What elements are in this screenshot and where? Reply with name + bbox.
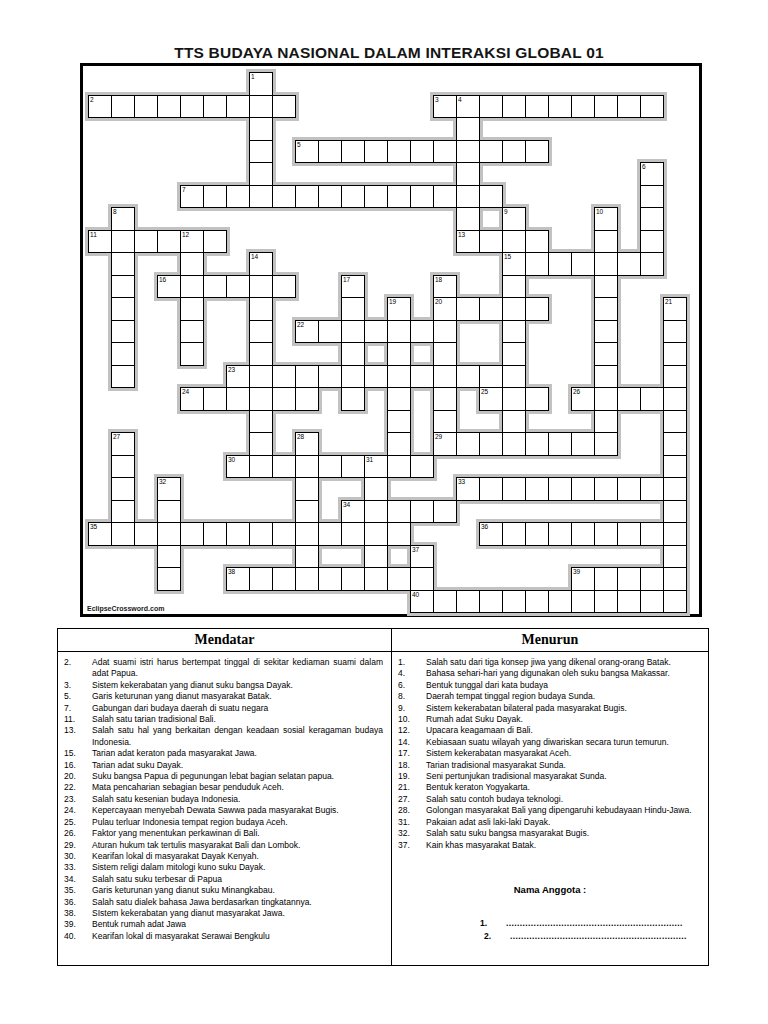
grid-cell[interactable] (548, 522, 572, 546)
grid-cell[interactable] (525, 522, 549, 546)
grid-cell[interactable] (387, 410, 411, 433)
clue-text: Aturan hukum tak tertulis masyarakat Bal… (92, 840, 383, 851)
grid-cell[interactable] (525, 387, 549, 411)
member-name-blank[interactable]: ........................................… (510, 930, 688, 943)
cell-number: 34 (343, 502, 350, 509)
grid-cell[interactable] (571, 252, 595, 276)
grid-cell[interactable] (387, 387, 411, 411)
grid-cell[interactable] (594, 365, 618, 388)
grid-cell[interactable] (617, 387, 641, 411)
grid-cell[interactable] (341, 455, 365, 478)
grid-cell[interactable] (617, 252, 641, 276)
grid-cell[interactable] (111, 320, 135, 343)
cell-number: 5 (297, 142, 301, 149)
clue-item: 40.Kearifan lokal di masyarakat Serawai … (64, 931, 383, 942)
grid-cell[interactable] (364, 545, 388, 568)
grid-cell[interactable] (387, 522, 411, 546)
grid-cell[interactable] (226, 185, 250, 208)
crossword-grid: 1234567891011121314151617181920212223242… (83, 66, 699, 614)
grid-cell[interactable] (157, 545, 181, 568)
grid-cell[interactable] (433, 387, 457, 411)
grid-cell[interactable] (433, 185, 457, 208)
grid-cell[interactable] (617, 477, 641, 501)
clue-text: Upacara keagamaan di Bali. (426, 725, 700, 736)
grid-cell[interactable] (640, 207, 664, 231)
grid-cell[interactable] (272, 275, 296, 298)
clue-text: Golongan masyarakat Bali yang dipengaruh… (426, 805, 700, 816)
grid-cell[interactable] (249, 522, 273, 546)
grid-cell[interactable] (249, 365, 273, 388)
grid-cell[interactable] (157, 567, 181, 591)
grid-cell[interactable] (456, 297, 480, 321)
clue-text: Daerah tempat tinggal region budaya Sund… (426, 691, 700, 702)
grid-cell[interactable] (111, 455, 135, 478)
cell-number: 31 (366, 457, 373, 464)
cell-number: 9 (504, 209, 508, 216)
clue-text: Sistem religi dalam mitologi kuno suku D… (92, 862, 383, 873)
clue-item: 20.Suku bangsa Papua di pegunungan lebat… (64, 771, 383, 782)
grid-cell[interactable] (272, 95, 296, 118)
grid-cell[interactable] (272, 185, 296, 208)
grid-cell[interactable] (203, 95, 227, 118)
clue-item: 33.Sistem religi dalam mitologi kuno suk… (64, 862, 383, 873)
grid-cell[interactable] (272, 455, 296, 478)
grid-cell[interactable] (180, 275, 204, 298)
clue-number: 2. (64, 657, 92, 680)
grid-cell[interactable] (203, 230, 227, 253)
grid-cell[interactable] (157, 500, 181, 523)
clue-number: 27. (398, 794, 426, 805)
grid-cell[interactable] (548, 477, 572, 501)
grid-cell[interactable] (134, 522, 158, 546)
grid-cell[interactable] (663, 410, 687, 433)
grid-cell[interactable] (433, 342, 457, 366)
grid-cell[interactable] (226, 275, 250, 298)
clue-text: Bentuk rumah adat Jawa (92, 919, 383, 930)
grid-cell[interactable] (640, 185, 664, 208)
clue-number: 32. (398, 828, 426, 839)
clue-item: 19.Seni pertunjukan tradisional masyarak… (398, 771, 700, 782)
grid-cell[interactable] (111, 500, 135, 523)
grid-cell[interactable] (226, 387, 250, 411)
grid-cell[interactable] (663, 590, 687, 613)
members-label: Nama Anggota : (392, 884, 708, 895)
clue-number: 16. (64, 760, 92, 771)
grid-cell[interactable] (410, 455, 434, 478)
cell-number: 27 (113, 434, 120, 441)
grid-cell[interactable] (594, 477, 618, 501)
clue-number: 21. (398, 782, 426, 793)
clue-box: Mendatar 2.Adat suami istri harus bertem… (57, 628, 709, 966)
grid-cell[interactable] (479, 230, 503, 253)
grid-cell[interactable] (640, 230, 664, 253)
grid-cell[interactable] (663, 545, 687, 568)
grid-cell[interactable] (134, 230, 158, 253)
grid-cell[interactable] (364, 477, 388, 501)
grid-cell[interactable] (594, 95, 618, 118)
clue-item: 34.Salah satu suku terbesar di Papua (64, 874, 383, 885)
grid-cell[interactable] (548, 432, 572, 456)
grid-cell[interactable] (364, 567, 388, 591)
grid-cell[interactable] (479, 95, 503, 118)
grid-cell[interactable] (663, 320, 687, 343)
grid-cell[interactable] (111, 275, 135, 298)
grid-cell[interactable] (548, 590, 572, 613)
clue-text: Salah satu dialek bahasa Jawa berdasarka… (92, 897, 383, 908)
grid-cell[interactable] (640, 567, 664, 591)
grid-cell[interactable] (272, 522, 296, 546)
grid-cell[interactable] (525, 230, 549, 253)
grid-cell[interactable] (525, 590, 549, 613)
grid-cell[interactable] (594, 342, 618, 366)
grid-cell[interactable] (272, 567, 296, 591)
grid-cell[interactable] (502, 320, 526, 343)
grid-cell[interactable] (226, 522, 250, 546)
grid-cell[interactable] (318, 140, 342, 163)
grid-cell[interactable] (594, 522, 618, 546)
grid-cell[interactable] (318, 365, 342, 388)
grid-cell[interactable] (456, 432, 480, 456)
grid-cell[interactable] (640, 590, 664, 613)
grid-cell[interactable] (571, 477, 595, 501)
grid-cell[interactable] (479, 477, 503, 501)
clue-text: Kain khas masyarakat Batak. (426, 840, 700, 851)
grid-cell[interactable] (663, 342, 687, 366)
grid-cell[interactable] (548, 252, 572, 276)
grid-cell[interactable] (479, 365, 503, 388)
grid-cell[interactable] (249, 140, 273, 163)
grid-cell[interactable] (571, 432, 595, 456)
member-name-blank[interactable]: ........................................… (506, 917, 684, 930)
grid-cell[interactable] (111, 95, 135, 118)
grid-cell[interactable] (203, 522, 227, 546)
clue-item: 36.Salah satu dialek bahasa Jawa berdasa… (64, 897, 383, 908)
clue-item: 29.Aturan hukum tak tertulis masyarakat … (64, 840, 383, 851)
grid-cell[interactable] (364, 500, 388, 523)
clue-number: 33. (64, 862, 92, 873)
grid-cell[interactable] (387, 342, 411, 366)
grid-cell[interactable] (180, 95, 204, 118)
grid-cell[interactable] (364, 140, 388, 163)
grid-cell[interactable] (249, 297, 273, 321)
grid-cell[interactable] (111, 477, 135, 501)
clue-item: 31.Pakaian adat asli laki-laki Dayak. (398, 817, 700, 828)
grid-cell[interactable] (479, 432, 503, 456)
crossword-board: 1234567891011121314151617181920212223242… (80, 63, 702, 617)
grid-cell[interactable] (111, 342, 135, 366)
grid-cell[interactable] (617, 590, 641, 613)
cell-number: 20 (435, 299, 442, 306)
grid-cell[interactable] (479, 590, 503, 613)
grid-cell[interactable] (410, 320, 434, 343)
grid-cell[interactable] (456, 117, 480, 141)
grid-cell[interactable] (295, 522, 319, 546)
grid-cell[interactable] (364, 320, 388, 343)
grid-cell[interactable] (364, 185, 388, 208)
down-header: Menurun (392, 629, 708, 652)
clue-number: 22. (64, 782, 92, 793)
grid-cell[interactable] (157, 522, 181, 546)
grid-cell[interactable] (111, 230, 135, 253)
grid-cell[interactable] (433, 590, 457, 613)
grid-cell[interactable] (617, 522, 641, 546)
grid-cell[interactable] (456, 140, 480, 163)
grid-cell[interactable] (640, 95, 664, 118)
grid-cell[interactable] (456, 590, 480, 613)
grid-cell[interactable] (387, 320, 411, 343)
grid-cell[interactable] (226, 95, 250, 118)
grid-cell[interactable] (295, 185, 319, 208)
grid-cell[interactable] (134, 95, 158, 118)
grid-cell[interactable] (180, 342, 204, 366)
grid-cell[interactable] (433, 320, 457, 343)
grid-cell[interactable] (295, 567, 319, 591)
grid-cell[interactable] (663, 387, 687, 411)
grid-cell[interactable] (249, 162, 273, 186)
grid-cell[interactable] (594, 410, 618, 433)
grid-cell[interactable] (410, 185, 434, 208)
grid-cell[interactable] (594, 387, 618, 411)
grid-cell[interactable] (249, 432, 273, 456)
grid-cell[interactable] (594, 230, 618, 253)
cell-number: 25 (481, 389, 488, 396)
grid-cell[interactable] (525, 252, 549, 276)
clue-number: 39. (64, 919, 92, 930)
grid-cell[interactable] (249, 567, 273, 591)
grid-cell[interactable] (594, 275, 618, 298)
clue-text: Pakaian adat asli laki-laki Dayak. (426, 817, 700, 828)
clue-text: Kearifan lokal di masyarakat Dayak Kenya… (92, 851, 383, 862)
grid-cell[interactable] (525, 140, 549, 163)
grid-cell[interactable] (295, 365, 319, 388)
grid-cell[interactable] (111, 252, 135, 276)
grid-cell[interactable] (571, 95, 595, 118)
grid-cell[interactable] (318, 185, 342, 208)
grid-cell[interactable] (502, 95, 526, 118)
grid-cell[interactable] (341, 522, 365, 546)
grid-cell[interactable] (341, 320, 365, 343)
clue-number: 31. (398, 817, 426, 828)
grid-cell[interactable] (640, 252, 664, 276)
grid-cell[interactable] (180, 297, 204, 321)
clue-number: 1. (398, 657, 426, 668)
grid-cell[interactable] (249, 455, 273, 478)
clue-text: Salah satu suku terbesar di Papua (92, 874, 383, 885)
grid-cell[interactable] (525, 297, 549, 321)
clue-text: Kebiasaan suatu wilayah yang diwariskan … (426, 737, 700, 748)
clue-text: Bentuk tunggal dari kata budaya (426, 680, 700, 691)
grid-cell[interactable] (180, 320, 204, 343)
grid-cell[interactable] (502, 140, 526, 163)
grid-cell[interactable] (456, 207, 480, 231)
grid-cell[interactable] (341, 185, 365, 208)
clue-text: Salah satu kesenian budaya Indonesia. (92, 794, 383, 805)
grid-cell[interactable] (341, 365, 365, 388)
clue-item: 4.Bahasa sehari-hari yang digunakan oleh… (398, 668, 700, 679)
grid-cell[interactable] (318, 567, 342, 591)
grid-cell[interactable] (479, 140, 503, 163)
grid-cell[interactable] (410, 365, 434, 388)
grid-cell[interactable] (111, 365, 135, 388)
grid-cell[interactable] (433, 140, 457, 163)
grid-cell[interactable] (249, 185, 273, 208)
grid-cell[interactable] (180, 522, 204, 546)
grid-cell[interactable] (571, 590, 595, 613)
grid-cell[interactable] (479, 297, 503, 321)
grid-cell[interactable] (341, 140, 365, 163)
grid-cell[interactable] (387, 185, 411, 208)
grid-cell[interactable] (387, 500, 411, 523)
clue-item: 38.SIstem kekerabatan yang dianut masyar… (64, 908, 383, 919)
grid-cell[interactable] (433, 500, 457, 523)
grid-cell[interactable] (594, 567, 618, 591)
clue-number: 4. (398, 668, 426, 679)
grid-cell[interactable] (548, 95, 572, 118)
grid-cell[interactable] (410, 140, 434, 163)
grid-cell[interactable] (433, 365, 457, 388)
grid-cell[interactable] (502, 432, 526, 456)
grid-cell[interactable] (663, 477, 687, 501)
grid-cell[interactable] (295, 500, 319, 523)
cell-number: 4 (458, 97, 462, 104)
clue-number: 15. (64, 748, 92, 759)
grid-cell[interactable] (617, 567, 641, 591)
grid-cell[interactable] (249, 410, 273, 433)
grid-cell[interactable] (364, 365, 388, 388)
grid-cell[interactable] (617, 95, 641, 118)
grid-cell[interactable] (203, 387, 227, 411)
across-header: Mendatar (58, 629, 391, 652)
grid-cell[interactable] (410, 567, 434, 591)
grid-cell[interactable] (295, 455, 319, 478)
down-clues-column: Menurun 1.Salah satu dari tiga konsep ji… (391, 629, 708, 965)
grid-cell[interactable] (640, 477, 664, 501)
grid-cell[interactable] (387, 140, 411, 163)
eclipsecrossword-watermark: EclipseCrossword.com (87, 605, 164, 612)
grid-cell[interactable] (594, 297, 618, 321)
grid-cell[interactable] (249, 275, 273, 298)
grid-cell[interactable] (594, 432, 618, 456)
clue-number: 9. (398, 703, 426, 714)
grid-cell[interactable] (387, 365, 411, 388)
clue-number: 35. (64, 885, 92, 896)
grid-cell[interactable] (249, 320, 273, 343)
grid-cell[interactable] (341, 297, 365, 321)
grid-cell[interactable] (525, 95, 549, 118)
grid-cell[interactable] (663, 432, 687, 456)
grid-cell[interactable] (387, 432, 411, 456)
grid-cell[interactable] (295, 387, 319, 411)
grid-cell[interactable] (272, 365, 296, 388)
grid-cell[interactable] (502, 590, 526, 613)
grid-cell[interactable] (663, 365, 687, 388)
grid-cell[interactable] (663, 522, 687, 546)
grid-cell[interactable] (111, 297, 135, 321)
clue-text: Salah satu tarian tradisional Bali. (92, 714, 383, 725)
grid-cell[interactable] (249, 387, 273, 411)
grid-cell[interactable] (479, 185, 503, 208)
grid-cell[interactable] (249, 342, 273, 366)
grid-cell[interactable] (594, 320, 618, 343)
grid-cell[interactable] (341, 387, 365, 411)
cell-number: 7 (182, 187, 186, 194)
grid-cell[interactable] (525, 432, 549, 456)
clue-text: Garis keturunan yang dianut suku Minangk… (92, 885, 383, 896)
cell-number: 11 (90, 232, 97, 239)
grid-cell[interactable] (571, 522, 595, 546)
clue-item: 9.Sistem kekerabatan bilateral pada masy… (398, 703, 700, 714)
grid-cell[interactable] (157, 95, 181, 118)
grid-cell[interactable] (249, 95, 273, 118)
member-lines: 1.......................................… (392, 917, 708, 943)
grid-cell[interactable] (318, 320, 342, 343)
grid-cell[interactable] (364, 522, 388, 546)
grid-cell[interactable] (640, 387, 664, 411)
grid-cell[interactable] (203, 275, 227, 298)
clue-text: Bentuk keraton Yogyakarta. (426, 782, 700, 793)
grid-cell[interactable] (502, 477, 526, 501)
grid-cell[interactable] (502, 365, 526, 388)
grid-cell[interactable] (387, 455, 411, 478)
grid-cell[interactable] (318, 522, 342, 546)
grid-cell[interactable] (249, 117, 273, 141)
grid-cell[interactable] (203, 185, 227, 208)
across-clues-column: Mendatar 2.Adat suami istri harus bertem… (58, 629, 391, 965)
grid-cell[interactable] (295, 545, 319, 568)
grid-cell[interactable] (502, 275, 526, 298)
grid-cell[interactable] (594, 252, 618, 276)
grid-cell[interactable] (410, 500, 434, 523)
cell-number: 16 (159, 277, 166, 284)
cell-number: 14 (251, 254, 258, 261)
grid-cell[interactable] (640, 522, 664, 546)
clue-number: 30. (64, 851, 92, 862)
clue-text: Salah satu suku bangsa masyarakat Bugis. (426, 828, 700, 839)
grid-cell[interactable] (157, 230, 181, 253)
grid-cell[interactable] (433, 410, 457, 433)
grid-cell[interactable] (502, 342, 526, 366)
clue-text: Sistem kekerabatan yang dianut suku bang… (92, 680, 383, 691)
grid-cell[interactable] (502, 387, 526, 411)
clue-text: Salah satu dari tiga konsep jiwa yang di… (426, 657, 700, 668)
grid-cell[interactable] (295, 477, 319, 501)
cell-number: 33 (458, 479, 465, 486)
grid-cell[interactable] (272, 387, 296, 411)
grid-cell[interactable] (341, 342, 365, 366)
grid-cell[interactable] (594, 590, 618, 613)
grid-cell[interactable] (525, 477, 549, 501)
grid-cell[interactable] (502, 522, 526, 546)
cell-number: 19 (389, 299, 396, 306)
grid-cell[interactable] (663, 500, 687, 523)
grid-cell[interactable] (502, 297, 526, 321)
clue-text: Sistem kekerabatan masyarakat Aceh. (426, 748, 700, 759)
grid-cell[interactable] (341, 567, 365, 591)
grid-cell[interactable] (663, 567, 687, 591)
grid-cell[interactable] (387, 567, 411, 591)
grid-cell[interactable] (502, 410, 526, 433)
grid-cell[interactable] (456, 162, 480, 186)
grid-cell[interactable] (180, 252, 204, 276)
grid-cell[interactable] (318, 455, 342, 478)
grid-cell[interactable] (456, 365, 480, 388)
grid-cell[interactable] (502, 230, 526, 253)
clue-item: 5.Garis keturunan yang dianut masyarakat… (64, 691, 383, 702)
grid-cell[interactable] (456, 185, 480, 208)
grid-cell[interactable] (663, 455, 687, 478)
member-line: 2.......................................… (484, 930, 708, 943)
grid-cell[interactable] (111, 522, 135, 546)
